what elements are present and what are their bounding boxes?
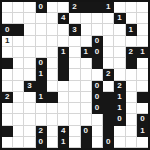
grid-cell[interactable]: [103, 58, 114, 69]
grid-cell[interactable]: 0: [2, 24, 13, 35]
grid-cell[interactable]: [47, 137, 58, 148]
grid-cell[interactable]: 0: [81, 126, 92, 137]
grid-cell[interactable]: [103, 126, 114, 137]
grid-cell[interactable]: 0: [92, 81, 103, 92]
grid-cell[interactable]: [126, 126, 137, 137]
grid-cell[interactable]: [114, 24, 125, 35]
grid-cell[interactable]: [81, 92, 92, 103]
grid-cell[interactable]: [92, 2, 103, 13]
grid-cell[interactable]: 0: [114, 114, 125, 125]
grid-cell[interactable]: [81, 2, 92, 13]
grid-cell[interactable]: [92, 69, 103, 80]
grid-cell[interactable]: [103, 24, 114, 35]
grid-cell[interactable]: [47, 24, 58, 35]
grid-cell[interactable]: [13, 92, 24, 103]
puzzle-board: 021410311011021012302210101002401010: [0, 0, 150, 150]
grid-cell[interactable]: [24, 2, 35, 13]
grid-cell[interactable]: [126, 58, 137, 69]
grid-cell[interactable]: [24, 58, 35, 69]
grid-cell[interactable]: [24, 126, 35, 137]
grid-cell[interactable]: [69, 137, 80, 148]
grid-cell[interactable]: [103, 36, 114, 47]
grid-cell[interactable]: [58, 2, 69, 13]
grid-cell[interactable]: [92, 126, 103, 137]
grid-cell[interactable]: 3: [24, 81, 35, 92]
grid-cell[interactable]: 2: [126, 47, 137, 58]
grid-cell[interactable]: [2, 103, 13, 114]
grid-cell[interactable]: [69, 36, 80, 47]
grid-cell[interactable]: [47, 92, 58, 103]
grid-cell[interactable]: [92, 137, 103, 148]
grid-cell[interactable]: [81, 69, 92, 80]
grid-cell[interactable]: 0: [92, 103, 103, 114]
grid-cell[interactable]: [13, 13, 24, 24]
grid-cell[interactable]: [47, 69, 58, 80]
grid-cell[interactable]: [24, 92, 35, 103]
grid-cell[interactable]: [137, 36, 148, 47]
grid-cell[interactable]: 1: [58, 137, 69, 148]
grid-cell[interactable]: [126, 69, 137, 80]
grid-cell[interactable]: 2: [69, 2, 80, 13]
grid-cell[interactable]: [137, 2, 148, 13]
grid-cell[interactable]: 1: [114, 103, 125, 114]
grid-cell[interactable]: 2: [36, 126, 47, 137]
grid-cell[interactable]: [69, 58, 80, 69]
grid-cell[interactable]: [103, 114, 114, 125]
grid-cell[interactable]: 0: [36, 137, 47, 148]
grid-cell[interactable]: [47, 81, 58, 92]
grid-cell[interactable]: [36, 81, 47, 92]
grid-cell[interactable]: [69, 69, 80, 80]
grid-cell[interactable]: [2, 69, 13, 80]
grid-cell[interactable]: [81, 81, 92, 92]
grid-cell[interactable]: [103, 13, 114, 24]
grid-cell[interactable]: [126, 92, 137, 103]
grid-cell[interactable]: [103, 47, 114, 58]
grid-cell[interactable]: [2, 13, 13, 24]
grid-cell[interactable]: [126, 13, 137, 24]
grid-cell[interactable]: [2, 47, 13, 58]
grid-cell[interactable]: [114, 137, 125, 148]
grid-cell[interactable]: [69, 13, 80, 24]
grid-cell[interactable]: [24, 24, 35, 35]
grid-cell[interactable]: [58, 92, 69, 103]
grid-cell[interactable]: 1: [126, 24, 137, 35]
grid-cell[interactable]: 1: [58, 47, 69, 58]
grid-cell[interactable]: 4: [58, 126, 69, 137]
grid-cell[interactable]: [58, 103, 69, 114]
grid-cell[interactable]: [24, 69, 35, 80]
grid-cell[interactable]: [36, 103, 47, 114]
grid-cell[interactable]: [114, 58, 125, 69]
grid-cell[interactable]: [2, 81, 13, 92]
grid-cell[interactable]: [103, 92, 114, 103]
grid-cell[interactable]: [126, 103, 137, 114]
grid-cell[interactable]: [36, 114, 47, 125]
grid-cell[interactable]: [13, 81, 24, 92]
grid-cell[interactable]: 2: [103, 69, 114, 80]
grid-cell[interactable]: [13, 36, 24, 47]
grid-cell[interactable]: [137, 92, 148, 103]
grid-cell[interactable]: [137, 24, 148, 35]
grid-cell[interactable]: [24, 47, 35, 58]
grid-cell[interactable]: [2, 137, 13, 148]
grid-cell[interactable]: [47, 47, 58, 58]
grid-cell[interactable]: 0: [92, 47, 103, 58]
grid-cell[interactable]: 0: [36, 2, 47, 13]
grid-cell[interactable]: 0: [36, 58, 47, 69]
grid-cell[interactable]: [126, 114, 137, 125]
grid-cell[interactable]: [2, 58, 13, 69]
grid-cell[interactable]: [58, 114, 69, 125]
grid-cell[interactable]: [81, 58, 92, 69]
grid-cell[interactable]: [2, 126, 13, 137]
grid-cell[interactable]: 1: [137, 126, 148, 137]
grid-cell[interactable]: [69, 103, 80, 114]
grid-cell[interactable]: [92, 114, 103, 125]
grid-cell[interactable]: [13, 126, 24, 137]
grid-cell[interactable]: [2, 2, 13, 13]
grid-cell[interactable]: 0: [103, 137, 114, 148]
grid-cell[interactable]: [137, 81, 148, 92]
grid-cell[interactable]: [47, 36, 58, 47]
grid-cell[interactable]: [69, 92, 80, 103]
grid-cell[interactable]: [58, 36, 69, 47]
grid-cell[interactable]: [36, 24, 47, 35]
grid-cell[interactable]: 0: [92, 36, 103, 47]
grid-cell[interactable]: [126, 81, 137, 92]
grid-cell[interactable]: 1: [137, 47, 148, 58]
grid-cell[interactable]: 1: [36, 92, 47, 103]
grid-cell[interactable]: [58, 58, 69, 69]
grid-cell[interactable]: [81, 103, 92, 114]
grid-cell[interactable]: [103, 103, 114, 114]
grid-cell[interactable]: 1: [103, 2, 114, 13]
grid-cell[interactable]: 2: [2, 92, 13, 103]
grid-cell[interactable]: [47, 126, 58, 137]
grid-cell[interactable]: [24, 36, 35, 47]
grid-cell[interactable]: 4: [58, 13, 69, 24]
grid-cell[interactable]: [24, 114, 35, 125]
grid-cell[interactable]: [81, 114, 92, 125]
grid-cell[interactable]: [126, 36, 137, 47]
grid-cell[interactable]: [126, 2, 137, 13]
grid-cell[interactable]: [36, 13, 47, 24]
grid-cell[interactable]: [81, 137, 92, 148]
grid-cell[interactable]: [13, 2, 24, 13]
grid-cell[interactable]: [69, 47, 80, 58]
grid-cell[interactable]: 1: [81, 47, 92, 58]
grid-cell[interactable]: [69, 81, 80, 92]
grid-cell[interactable]: [137, 58, 148, 69]
grid-cell[interactable]: [13, 69, 24, 80]
grid-cell[interactable]: [81, 13, 92, 24]
grid-cell[interactable]: 1: [114, 92, 125, 103]
grid-cell[interactable]: [58, 81, 69, 92]
grid-cell[interactable]: 0: [92, 92, 103, 103]
grid-cell[interactable]: [92, 58, 103, 69]
grid-cell[interactable]: [114, 36, 125, 47]
grid-cell[interactable]: [69, 114, 80, 125]
grid-cell[interactable]: [36, 47, 47, 58]
grid-cell[interactable]: [69, 126, 80, 137]
grid-cell[interactable]: 0: [137, 114, 148, 125]
grid-cell[interactable]: [58, 69, 69, 80]
grid-cell[interactable]: [58, 24, 69, 35]
grid-cell[interactable]: [24, 13, 35, 24]
grid-cell[interactable]: [47, 13, 58, 24]
grid-cell[interactable]: 3: [69, 24, 80, 35]
grid-cell[interactable]: 1: [2, 36, 13, 47]
grid-cell[interactable]: [137, 103, 148, 114]
grid-cell[interactable]: [103, 81, 114, 92]
grid-cell[interactable]: [24, 137, 35, 148]
grid-cell[interactable]: [47, 58, 58, 69]
grid-cell[interactable]: [137, 137, 148, 148]
grid-cell[interactable]: [47, 103, 58, 114]
grid-cell[interactable]: [36, 36, 47, 47]
grid-cell[interactable]: [47, 114, 58, 125]
grid-cell[interactable]: [81, 24, 92, 35]
grid-cell[interactable]: [13, 58, 24, 69]
grid-cell[interactable]: [13, 137, 24, 148]
grid-cell[interactable]: 1: [114, 13, 125, 24]
grid-cell[interactable]: [2, 114, 13, 125]
grid-cell[interactable]: [137, 13, 148, 24]
grid-cell[interactable]: 2: [114, 81, 125, 92]
grid-cell[interactable]: [114, 2, 125, 13]
grid-cell[interactable]: [13, 114, 24, 125]
grid-cell[interactable]: [114, 69, 125, 80]
grid-cell[interactable]: [137, 69, 148, 80]
grid-cell[interactable]: [13, 24, 24, 35]
grid-cell[interactable]: 1: [36, 69, 47, 80]
grid-cell[interactable]: [114, 47, 125, 58]
grid-cell[interactable]: [13, 103, 24, 114]
grid-cell[interactable]: [92, 24, 103, 35]
grid-cell[interactable]: [24, 103, 35, 114]
grid-cell[interactable]: [81, 36, 92, 47]
grid-cell[interactable]: [13, 47, 24, 58]
grid-cell[interactable]: [126, 137, 137, 148]
grid-cell[interactable]: [114, 126, 125, 137]
grid-cell[interactable]: [92, 13, 103, 24]
grid-cell[interactable]: [47, 2, 58, 13]
